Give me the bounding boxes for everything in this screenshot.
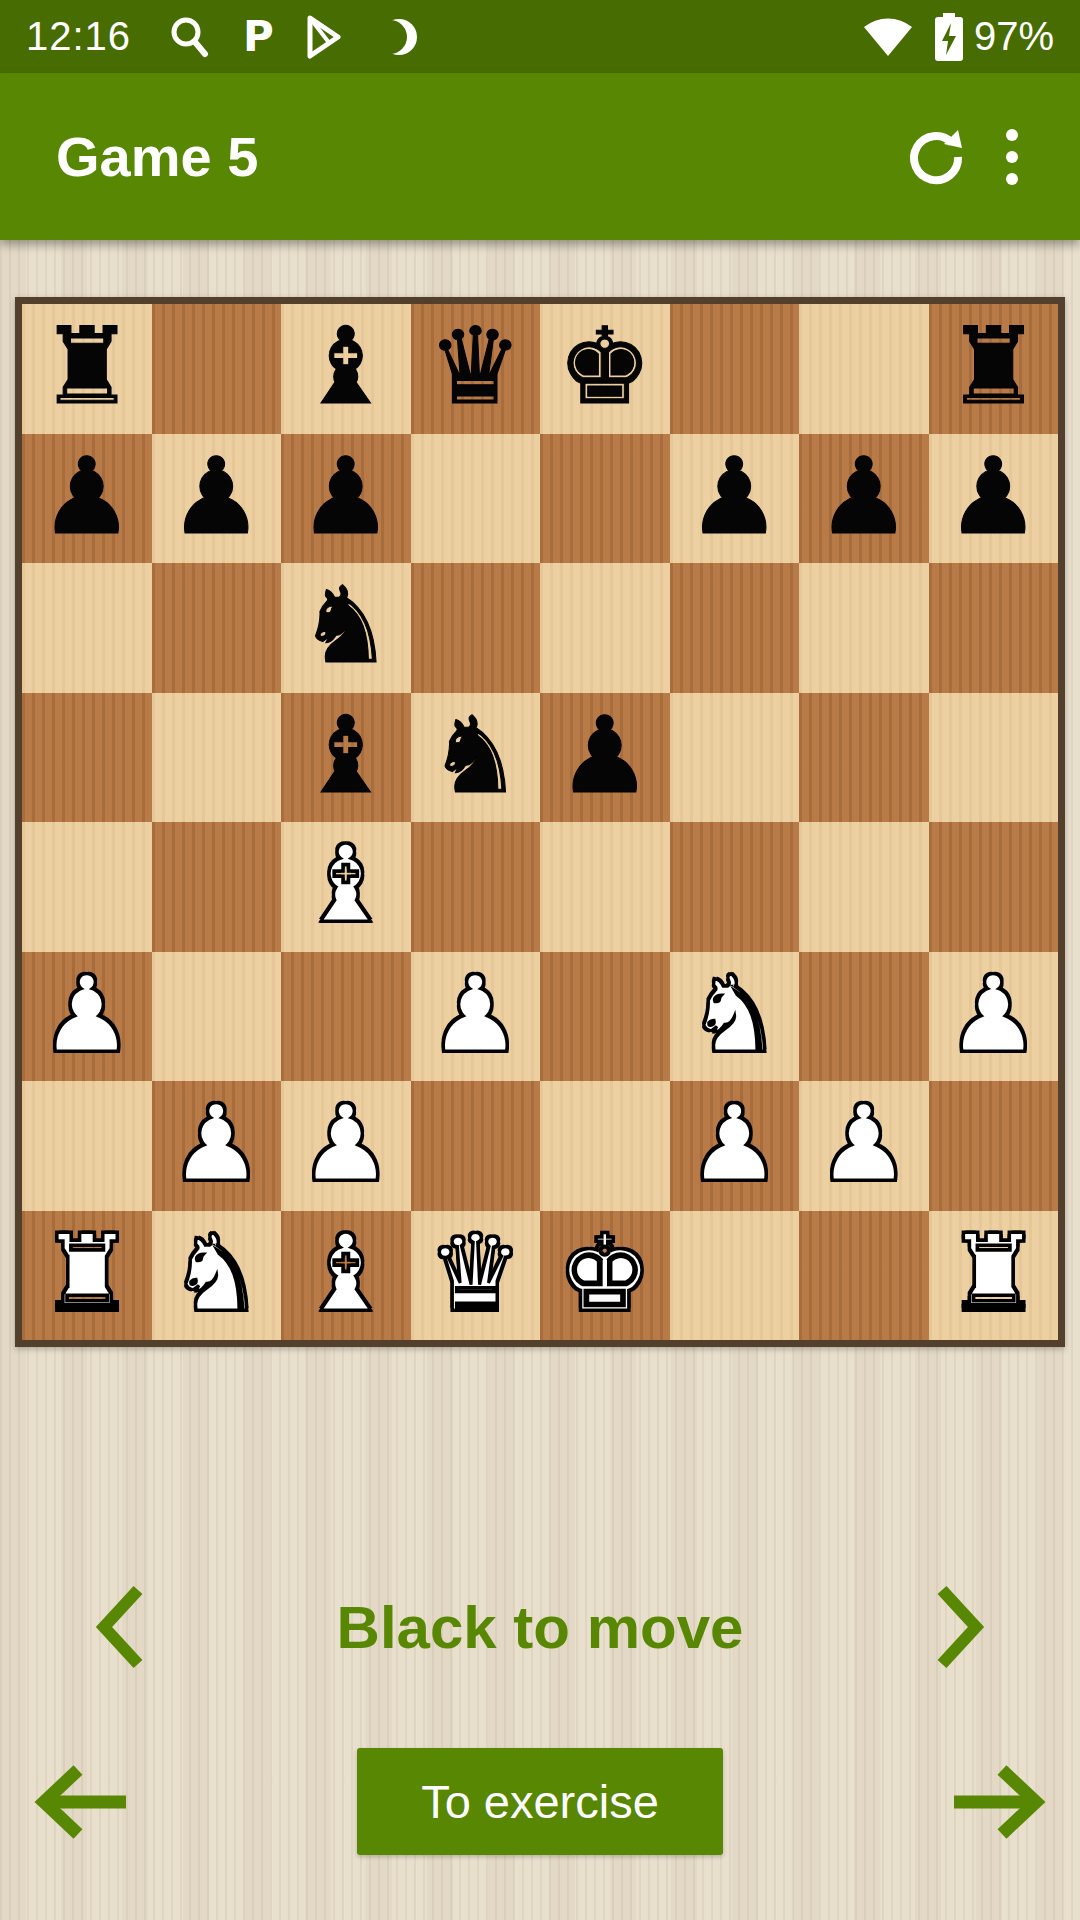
refresh-icon[interactable]	[892, 112, 982, 202]
square-e5[interactable]: ♟	[540, 693, 670, 823]
square-f1[interactable]	[670, 1211, 800, 1341]
square-c1[interactable]: ♝	[281, 1211, 411, 1341]
move-status-row: Black to move	[0, 1584, 1080, 1670]
black-pawn: ♟	[929, 434, 1059, 564]
black-pawn: ♟	[670, 434, 800, 564]
black-bishop: ♝	[281, 304, 411, 434]
square-e6[interactable]	[540, 563, 670, 693]
arrow-right-icon[interactable]	[950, 1762, 1046, 1842]
clock: 12:16	[26, 14, 131, 59]
square-h5[interactable]	[929, 693, 1059, 823]
white-pawn: ♟	[929, 952, 1059, 1082]
square-d3[interactable]: ♟	[411, 952, 541, 1082]
search-icon	[167, 14, 213, 60]
arrow-left-icon[interactable]	[34, 1762, 130, 1842]
battery-charging-icon	[932, 11, 966, 63]
square-d4[interactable]	[411, 822, 541, 952]
black-pawn: ♟	[22, 434, 152, 564]
status-bar: 12:16 P 97%	[0, 0, 1080, 73]
square-h2[interactable]	[929, 1081, 1059, 1211]
square-e1[interactable]: ♚	[540, 1211, 670, 1341]
square-a5[interactable]	[22, 693, 152, 823]
black-pawn: ♟	[540, 693, 670, 823]
chevron-left-icon[interactable]	[92, 1584, 150, 1670]
square-g2[interactable]: ♟	[799, 1081, 929, 1211]
square-d8[interactable]: ♛	[411, 304, 541, 434]
app-bar: Game 5	[0, 73, 1080, 240]
square-c3[interactable]	[281, 952, 411, 1082]
square-f4[interactable]	[670, 822, 800, 952]
white-pawn: ♟	[411, 952, 541, 1082]
square-c6[interactable]: ♞	[281, 563, 411, 693]
white-pawn: ♟	[152, 1081, 282, 1211]
white-knight: ♞	[670, 952, 800, 1082]
square-d7[interactable]	[411, 434, 541, 564]
black-rook: ♜	[929, 304, 1059, 434]
black-king: ♚	[540, 304, 670, 434]
white-bishop: ♝	[281, 822, 411, 952]
square-h6[interactable]	[929, 563, 1059, 693]
black-pawn: ♟	[799, 434, 929, 564]
square-a7[interactable]: ♟	[22, 434, 152, 564]
square-e3[interactable]	[540, 952, 670, 1082]
black-rook: ♜	[22, 304, 152, 434]
square-b8[interactable]	[152, 304, 282, 434]
square-g6[interactable]	[799, 563, 929, 693]
square-g4[interactable]	[799, 822, 929, 952]
square-e4[interactable]	[540, 822, 670, 952]
square-c4[interactable]: ♝	[281, 822, 411, 952]
square-d6[interactable]	[411, 563, 541, 693]
square-a2[interactable]	[22, 1081, 152, 1211]
p-app-icon: P	[243, 12, 274, 61]
board-area: ♜♝♛♚♜♟♟♟♟♟♟♞♝♞♟♝♟♟♞♟♟♟♟♟♜♞♝♛♚♜	[0, 240, 1080, 1347]
wifi-icon	[860, 14, 916, 60]
square-f7[interactable]: ♟	[670, 434, 800, 564]
square-f5[interactable]	[670, 693, 800, 823]
square-b3[interactable]	[152, 952, 282, 1082]
white-pawn: ♟	[670, 1081, 800, 1211]
white-pawn: ♟	[799, 1081, 929, 1211]
square-g8[interactable]	[799, 304, 929, 434]
black-knight: ♞	[281, 563, 411, 693]
square-c2[interactable]: ♟	[281, 1081, 411, 1211]
square-f3[interactable]: ♞	[670, 952, 800, 1082]
square-b4[interactable]	[152, 822, 282, 952]
black-pawn: ♟	[281, 434, 411, 564]
to-exercise-button[interactable]: To exercise	[357, 1748, 723, 1855]
square-a1[interactable]: ♜	[22, 1211, 152, 1341]
square-h7[interactable]: ♟	[929, 434, 1059, 564]
square-a6[interactable]	[22, 563, 152, 693]
square-h8[interactable]: ♜	[929, 304, 1059, 434]
black-queen: ♛	[411, 304, 541, 434]
square-c7[interactable]: ♟	[281, 434, 411, 564]
chevron-right-icon[interactable]	[930, 1584, 988, 1670]
square-h3[interactable]: ♟	[929, 952, 1059, 1082]
square-f6[interactable]	[670, 563, 800, 693]
black-pawn: ♟	[152, 434, 282, 564]
square-b6[interactable]	[152, 563, 282, 693]
square-e7[interactable]	[540, 434, 670, 564]
black-knight: ♞	[411, 693, 541, 823]
square-h4[interactable]	[929, 822, 1059, 952]
square-d2[interactable]	[411, 1081, 541, 1211]
play-store-icon	[304, 14, 348, 60]
square-d5[interactable]: ♞	[411, 693, 541, 823]
moon-icon	[378, 13, 420, 61]
square-a4[interactable]	[22, 822, 152, 952]
square-g5[interactable]	[799, 693, 929, 823]
bottom-nav: To exercise	[0, 1748, 1080, 1855]
square-g7[interactable]: ♟	[799, 434, 929, 564]
page-title: Game 5	[56, 124, 892, 189]
square-d1[interactable]: ♛	[411, 1211, 541, 1341]
black-bishop: ♝	[281, 693, 411, 823]
square-e2[interactable]	[540, 1081, 670, 1211]
square-b7[interactable]: ♟	[152, 434, 282, 564]
white-pawn: ♟	[281, 1081, 411, 1211]
square-b2[interactable]: ♟	[152, 1081, 282, 1211]
chess-board: ♜♝♛♚♜♟♟♟♟♟♟♞♝♞♟♝♟♟♞♟♟♟♟♟♜♞♝♛♚♜	[15, 297, 1065, 1347]
square-f2[interactable]: ♟	[670, 1081, 800, 1211]
overflow-menu-icon[interactable]	[982, 112, 1042, 202]
square-f8[interactable]	[670, 304, 800, 434]
white-pawn: ♟	[22, 952, 152, 1082]
square-g1[interactable]	[799, 1211, 929, 1341]
white-knight: ♞	[152, 1211, 282, 1341]
square-g3[interactable]	[799, 952, 929, 1082]
white-rook: ♜	[22, 1211, 152, 1341]
square-h1[interactable]: ♜	[929, 1211, 1059, 1341]
square-a8[interactable]: ♜	[22, 304, 152, 434]
square-c5[interactable]: ♝	[281, 693, 411, 823]
white-rook: ♜	[929, 1211, 1059, 1341]
turn-indicator: Black to move	[337, 1593, 744, 1662]
square-e8[interactable]: ♚	[540, 304, 670, 434]
white-queen: ♛	[411, 1211, 541, 1341]
white-bishop: ♝	[281, 1211, 411, 1341]
square-a3[interactable]: ♟	[22, 952, 152, 1082]
square-c8[interactable]: ♝	[281, 304, 411, 434]
square-b5[interactable]	[152, 693, 282, 823]
battery-percent: 97%	[974, 14, 1054, 59]
square-b1[interactable]: ♞	[152, 1211, 282, 1341]
white-king: ♚	[540, 1211, 670, 1341]
